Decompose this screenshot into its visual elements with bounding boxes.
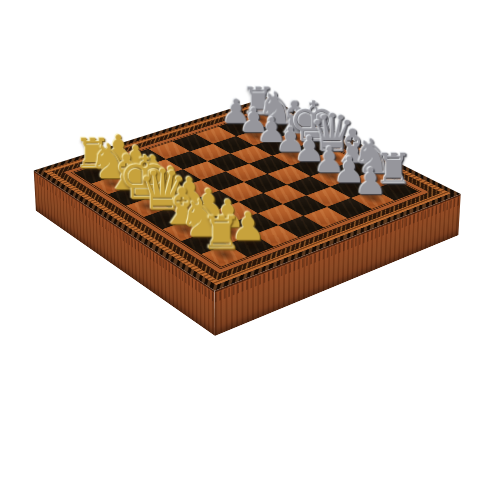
photo-background: ♜♞♝♚♛♝♞♜♟♟♟♟♟♟♟♟♟♟♟♟♟♟♟♟♜♞♝♚♛♝♞♜ [0,0,480,480]
scene-3d: ♜♞♝♚♛♝♞♜♟♟♟♟♟♟♟♟♟♟♟♟♟♟♟♟♜♞♝♚♛♝♞♜ [0,0,480,480]
chess-board: ♜♞♝♚♛♝♞♜♟♟♟♟♟♟♟♟♟♟♟♟♟♟♟♟♜♞♝♚♛♝♞♜ [34,97,461,290]
board-top-surface: ♜♞♝♚♛♝♞♜♟♟♟♟♟♟♟♟♟♟♟♟♟♟♟♟♜♞♝♚♛♝♞♜ [34,97,461,290]
silver-pawn-glyph: ♟ [329,163,411,200]
chess-set-product-photo: { "game": "chess", "scene_description": … [0,0,480,480]
gold-rook-glyph: ♜ [178,210,266,256]
